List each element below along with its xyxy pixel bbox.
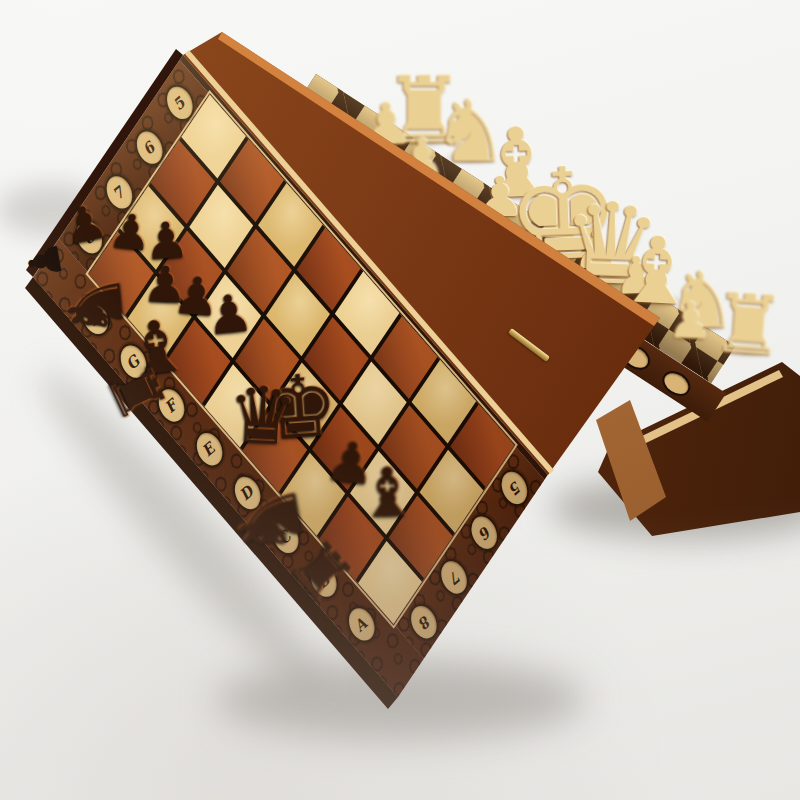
piece-pawn: ♟ — [204, 286, 256, 343]
dark-pieces-layer: ♟♟♟♟♞♟♟♟♝♜♚♛♟♝♞♜ — [0, 0, 800, 800]
piece-queen: ♛ — [225, 375, 299, 457]
piece-bishop: ♝ — [356, 458, 419, 528]
piece-pawn: ♟ — [59, 196, 111, 252]
chess-set-product-photo: ♜♟♞♟♝♟♟♚♟♛♟♝♞♟♜ 56785678HGFEDCBA ♟♟♟♟♞♟♟… — [0, 0, 800, 800]
piece-rook: ♜ — [96, 354, 176, 431]
